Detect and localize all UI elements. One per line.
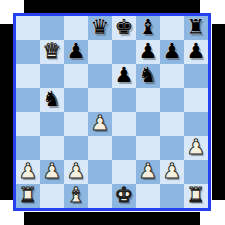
square-c5[interactable] bbox=[64, 88, 88, 112]
piece-white-rook[interactable]: ♜ bbox=[16, 183, 40, 207]
square-f2[interactable]: ♟ bbox=[136, 160, 160, 184]
square-f4[interactable] bbox=[136, 112, 160, 136]
piece-black-knight[interactable]: ♞ bbox=[136, 63, 160, 87]
square-c4[interactable] bbox=[64, 112, 88, 136]
square-b6[interactable] bbox=[40, 64, 64, 88]
square-e5[interactable] bbox=[112, 88, 136, 112]
square-c6[interactable] bbox=[64, 64, 88, 88]
square-f3[interactable] bbox=[136, 136, 160, 160]
square-b4[interactable] bbox=[40, 112, 64, 136]
square-b5[interactable]: ♞ bbox=[40, 88, 64, 112]
piece-white-pawn[interactable]: ♟ bbox=[160, 159, 184, 183]
square-a6[interactable] bbox=[16, 64, 40, 88]
piece-white-pawn[interactable]: ♟ bbox=[184, 135, 208, 159]
piece-black-rook[interactable]: ♜ bbox=[184, 15, 208, 39]
piece-white-pawn[interactable]: ♟ bbox=[64, 159, 88, 183]
frame-bar-top bbox=[24, 0, 200, 13]
square-h8[interactable]: ♜ bbox=[184, 16, 208, 40]
square-a3[interactable] bbox=[16, 136, 40, 160]
piece-white-king[interactable]: ♚ bbox=[112, 183, 136, 207]
piece-black-pawn[interactable]: ♟ bbox=[112, 63, 136, 87]
square-a8[interactable] bbox=[16, 16, 40, 40]
square-f8[interactable]: ♝ bbox=[136, 16, 160, 40]
square-g3[interactable] bbox=[160, 136, 184, 160]
square-g5[interactable] bbox=[160, 88, 184, 112]
square-e3[interactable] bbox=[112, 136, 136, 160]
piece-black-knight[interactable]: ♞ bbox=[40, 87, 64, 111]
square-a7[interactable] bbox=[16, 40, 40, 64]
frame-bar-bottom bbox=[24, 212, 200, 225]
square-d4[interactable]: ♟ bbox=[88, 112, 112, 136]
square-e6[interactable]: ♟ bbox=[112, 64, 136, 88]
square-e1[interactable]: ♚ bbox=[112, 184, 136, 208]
square-d5[interactable] bbox=[88, 88, 112, 112]
square-h7[interactable]: ♟ bbox=[184, 40, 208, 64]
square-g7[interactable]: ♟ bbox=[160, 40, 184, 64]
square-a4[interactable] bbox=[16, 112, 40, 136]
square-a1[interactable]: ♜ bbox=[16, 184, 40, 208]
square-d1[interactable] bbox=[88, 184, 112, 208]
square-h6[interactable] bbox=[184, 64, 208, 88]
piece-white-pawn[interactable]: ♟ bbox=[40, 159, 64, 183]
square-h5[interactable] bbox=[184, 88, 208, 112]
square-b3[interactable] bbox=[40, 136, 64, 160]
square-a5[interactable] bbox=[16, 88, 40, 112]
frame-bar-right bbox=[212, 24, 225, 200]
square-f1[interactable] bbox=[136, 184, 160, 208]
square-b8[interactable] bbox=[40, 16, 64, 40]
chessboard-scene: ♛♚♝♜♛♟♟♟♟♟♞♞♟♟♟♟♟♟♟♜♝♚♜ bbox=[0, 0, 225, 225]
square-d6[interactable] bbox=[88, 64, 112, 88]
square-a2[interactable]: ♟ bbox=[16, 160, 40, 184]
square-e8[interactable]: ♚ bbox=[112, 16, 136, 40]
square-g6[interactable] bbox=[160, 64, 184, 88]
piece-black-pawn[interactable]: ♟ bbox=[136, 39, 160, 63]
square-d2[interactable] bbox=[88, 160, 112, 184]
piece-white-pawn[interactable]: ♟ bbox=[88, 111, 112, 135]
square-g2[interactable]: ♟ bbox=[160, 160, 184, 184]
square-g1[interactable] bbox=[160, 184, 184, 208]
square-f6[interactable]: ♞ bbox=[136, 64, 160, 88]
square-e2[interactable] bbox=[112, 160, 136, 184]
square-c1[interactable]: ♝ bbox=[64, 184, 88, 208]
chess-board: ♛♚♝♜♛♟♟♟♟♟♞♞♟♟♟♟♟♟♟♜♝♚♜ bbox=[13, 13, 211, 211]
square-f7[interactable]: ♟ bbox=[136, 40, 160, 64]
piece-black-pawn[interactable]: ♟ bbox=[64, 39, 88, 63]
square-b1[interactable] bbox=[40, 184, 64, 208]
square-f5[interactable] bbox=[136, 88, 160, 112]
piece-white-bishop[interactable]: ♝ bbox=[64, 183, 88, 207]
square-d8[interactable]: ♛ bbox=[88, 16, 112, 40]
piece-black-king[interactable]: ♚ bbox=[112, 15, 136, 39]
square-d7[interactable] bbox=[88, 40, 112, 64]
piece-white-pawn[interactable]: ♟ bbox=[136, 159, 160, 183]
square-c2[interactable]: ♟ bbox=[64, 160, 88, 184]
square-g8[interactable] bbox=[160, 16, 184, 40]
piece-white-rook[interactable]: ♜ bbox=[184, 183, 208, 207]
square-b2[interactable]: ♟ bbox=[40, 160, 64, 184]
piece-white-queen[interactable]: ♛ bbox=[40, 39, 64, 63]
square-e7[interactable] bbox=[112, 40, 136, 64]
frame-bar-left bbox=[0, 24, 13, 200]
square-g4[interactable] bbox=[160, 112, 184, 136]
piece-white-pawn[interactable]: ♟ bbox=[16, 159, 40, 183]
square-h4[interactable] bbox=[184, 112, 208, 136]
square-b7[interactable]: ♛ bbox=[40, 40, 64, 64]
piece-black-pawn[interactable]: ♟ bbox=[160, 39, 184, 63]
square-c8[interactable] bbox=[64, 16, 88, 40]
square-h3[interactable]: ♟ bbox=[184, 136, 208, 160]
square-d3[interactable] bbox=[88, 136, 112, 160]
piece-black-queen[interactable]: ♛ bbox=[88, 15, 112, 39]
square-h1[interactable]: ♜ bbox=[184, 184, 208, 208]
square-c7[interactable]: ♟ bbox=[64, 40, 88, 64]
piece-black-bishop[interactable]: ♝ bbox=[136, 15, 160, 39]
square-e4[interactable] bbox=[112, 112, 136, 136]
square-h2[interactable] bbox=[184, 160, 208, 184]
piece-black-pawn[interactable]: ♟ bbox=[184, 39, 208, 63]
square-c3[interactable] bbox=[64, 136, 88, 160]
